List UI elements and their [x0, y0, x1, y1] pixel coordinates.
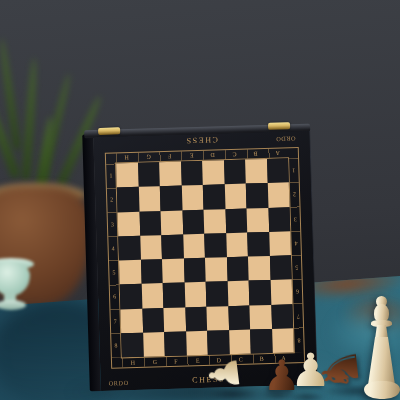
plant-leaf: [22, 58, 38, 180]
square: [267, 158, 289, 183]
coord-label: 6: [112, 290, 118, 305]
coord-label: 4: [293, 236, 299, 251]
dark-knight-lying: ♞: [313, 345, 367, 395]
coord-label: F: [169, 358, 182, 364]
square: [271, 304, 293, 329]
square: [120, 308, 142, 333]
square: [202, 160, 224, 185]
square: [269, 255, 291, 280]
square: [250, 329, 272, 354]
square: [224, 184, 246, 209]
square: [116, 163, 138, 188]
square: [164, 331, 186, 356]
square: [227, 281, 249, 306]
square: [140, 259, 162, 284]
square: [161, 210, 183, 235]
square: [184, 282, 206, 307]
square: [183, 234, 205, 259]
square: [138, 186, 160, 211]
square: [142, 308, 164, 333]
coord-label: 8: [113, 338, 119, 353]
square: [248, 256, 270, 281]
square: [186, 331, 208, 356]
coord-label: 5: [111, 265, 117, 280]
square: [203, 184, 225, 209]
brass-hinge: [268, 122, 290, 130]
square: [163, 307, 185, 332]
coord-label: D: [206, 152, 219, 158]
coord-label: E: [185, 153, 198, 159]
square: [249, 280, 271, 305]
coord-label: G: [142, 154, 155, 160]
square: [118, 236, 140, 261]
square: [267, 183, 289, 208]
square: [119, 260, 141, 285]
square: [143, 332, 165, 357]
coord-label: 2: [292, 187, 298, 202]
coord-label: 1: [291, 163, 297, 178]
square: [140, 235, 162, 260]
photo-scene: CHESS ORDO HGFEDCBA HGFEDCBA 12345678 12…: [0, 0, 400, 400]
square: [207, 330, 229, 355]
coord-label: A: [271, 150, 284, 156]
square: [118, 211, 140, 236]
square: [163, 283, 185, 308]
brand-logo-bottom: ORDO: [109, 379, 129, 386]
square: [181, 161, 203, 186]
square: [159, 162, 181, 187]
square: [120, 284, 142, 309]
square: [181, 185, 203, 210]
chess-title-top: CHESS: [115, 133, 288, 147]
queen-body: [368, 337, 395, 385]
square: [205, 257, 227, 282]
board-frame: HGFEDCBA HGFEDCBA 12345678 12345678: [105, 147, 305, 369]
square: [117, 187, 139, 212]
coord-label: 2: [109, 193, 115, 208]
board-squares: [116, 158, 294, 357]
square: [229, 329, 251, 354]
coord-label: 1: [108, 168, 114, 183]
square: [141, 283, 163, 308]
square: [204, 233, 226, 258]
square: [185, 306, 207, 331]
queen-neck: [375, 325, 388, 339]
brand-logo-top: ORDO: [275, 135, 295, 142]
square: [121, 332, 143, 357]
square: [206, 306, 228, 331]
coord-label: H: [126, 360, 139, 366]
coord-label: C: [228, 152, 241, 158]
square: [160, 186, 182, 211]
mint-urn-foot: [0, 300, 26, 310]
square: [182, 209, 204, 234]
square: [139, 211, 161, 236]
square: [226, 257, 248, 282]
mint-urn-body: [0, 262, 30, 296]
square: [183, 258, 205, 283]
square: [246, 183, 268, 208]
square: [224, 160, 246, 185]
coord-label: 5: [294, 260, 300, 275]
coord-label: B: [249, 151, 262, 157]
white-pawn-lying: ♟: [202, 354, 246, 394]
white-queen-standing: [362, 296, 400, 400]
square: [245, 159, 267, 184]
square: [204, 209, 226, 234]
coord-label: 7: [112, 314, 118, 329]
square: [270, 280, 292, 305]
coord-label: H: [120, 155, 133, 161]
coord-label: 6: [295, 284, 301, 299]
queen-base: [364, 381, 400, 399]
square: [228, 305, 250, 330]
square: [162, 258, 184, 283]
square: [161, 234, 183, 259]
square: [226, 232, 248, 257]
square: [247, 232, 269, 257]
coord-label: 7: [295, 308, 301, 323]
square: [247, 207, 269, 232]
brass-hinge: [98, 127, 120, 135]
coord-label: F: [163, 153, 176, 159]
square: [138, 162, 160, 187]
square: [206, 281, 228, 306]
square: [268, 207, 290, 232]
coord-label: 3: [110, 217, 116, 232]
coord-label: 4: [110, 241, 116, 256]
square: [225, 208, 247, 233]
square: [249, 304, 271, 329]
coord-label: 3: [292, 211, 298, 226]
mint-urn: [0, 256, 38, 320]
coord-label: G: [148, 359, 161, 365]
square: [269, 231, 291, 256]
